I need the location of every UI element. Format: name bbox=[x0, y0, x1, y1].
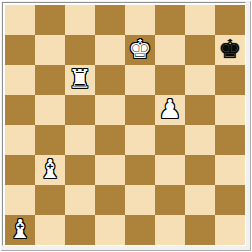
square-d6[interactable] bbox=[95, 65, 125, 95]
square-e4[interactable] bbox=[125, 125, 155, 155]
square-a4[interactable] bbox=[5, 125, 35, 155]
square-f6[interactable] bbox=[155, 65, 185, 95]
square-h2[interactable] bbox=[215, 185, 245, 215]
square-e5[interactable] bbox=[125, 95, 155, 125]
square-h7[interactable]: ♚ bbox=[215, 35, 245, 65]
square-d2[interactable] bbox=[95, 185, 125, 215]
square-f8[interactable] bbox=[155, 5, 185, 35]
piece-white-bishop[interactable]: ♝ bbox=[38, 156, 61, 182]
square-b1[interactable] bbox=[35, 215, 65, 245]
square-a7[interactable] bbox=[5, 35, 35, 65]
square-e2[interactable] bbox=[125, 185, 155, 215]
square-g6[interactable] bbox=[185, 65, 215, 95]
square-a5[interactable] bbox=[5, 95, 35, 125]
piece-white-king[interactable]: ♚ bbox=[128, 36, 151, 62]
square-a2[interactable] bbox=[5, 185, 35, 215]
piece-black-king[interactable]: ♚ bbox=[218, 36, 241, 62]
square-c6[interactable]: ♜ bbox=[65, 65, 95, 95]
square-c8[interactable] bbox=[65, 5, 95, 35]
square-h1[interactable] bbox=[215, 215, 245, 245]
square-f2[interactable] bbox=[155, 185, 185, 215]
chess-app-window: ♚♚♜♟♝♝ bbox=[0, 0, 252, 252]
square-d5[interactable] bbox=[95, 95, 125, 125]
square-g7[interactable] bbox=[185, 35, 215, 65]
square-g1[interactable] bbox=[185, 215, 215, 245]
square-e3[interactable] bbox=[125, 155, 155, 185]
square-b7[interactable] bbox=[35, 35, 65, 65]
square-a1[interactable]: ♝ bbox=[5, 215, 35, 245]
chess-board: ♚♚♜♟♝♝ bbox=[5, 5, 245, 245]
piece-white-pawn[interactable]: ♟ bbox=[158, 96, 181, 122]
square-b5[interactable] bbox=[35, 95, 65, 125]
square-f3[interactable] bbox=[155, 155, 185, 185]
square-a8[interactable] bbox=[5, 5, 35, 35]
square-c7[interactable] bbox=[65, 35, 95, 65]
square-d8[interactable] bbox=[95, 5, 125, 35]
square-h4[interactable] bbox=[215, 125, 245, 155]
square-h8[interactable] bbox=[215, 5, 245, 35]
square-h6[interactable] bbox=[215, 65, 245, 95]
square-e7[interactable]: ♚ bbox=[125, 35, 155, 65]
board-frame: ♚♚♜♟♝♝ bbox=[2, 2, 246, 246]
square-h5[interactable] bbox=[215, 95, 245, 125]
square-g5[interactable] bbox=[185, 95, 215, 125]
square-f7[interactable] bbox=[155, 35, 185, 65]
square-e1[interactable] bbox=[125, 215, 155, 245]
square-c5[interactable] bbox=[65, 95, 95, 125]
square-d7[interactable] bbox=[95, 35, 125, 65]
square-b2[interactable] bbox=[35, 185, 65, 215]
square-e8[interactable] bbox=[125, 5, 155, 35]
square-a3[interactable] bbox=[5, 155, 35, 185]
square-f5[interactable]: ♟ bbox=[155, 95, 185, 125]
square-g2[interactable] bbox=[185, 185, 215, 215]
square-d1[interactable] bbox=[95, 215, 125, 245]
square-a6[interactable] bbox=[5, 65, 35, 95]
square-h3[interactable] bbox=[215, 155, 245, 185]
square-b8[interactable] bbox=[35, 5, 65, 35]
square-c4[interactable] bbox=[65, 125, 95, 155]
square-g3[interactable] bbox=[185, 155, 215, 185]
piece-white-rook[interactable]: ♜ bbox=[68, 66, 91, 92]
square-b3[interactable]: ♝ bbox=[35, 155, 65, 185]
piece-white-bishop[interactable]: ♝ bbox=[8, 216, 31, 242]
square-c3[interactable] bbox=[65, 155, 95, 185]
square-f1[interactable] bbox=[155, 215, 185, 245]
square-b4[interactable] bbox=[35, 125, 65, 155]
square-g8[interactable] bbox=[185, 5, 215, 35]
square-d3[interactable] bbox=[95, 155, 125, 185]
square-c2[interactable] bbox=[65, 185, 95, 215]
square-c1[interactable] bbox=[65, 215, 95, 245]
square-f4[interactable] bbox=[155, 125, 185, 155]
square-e6[interactable] bbox=[125, 65, 155, 95]
square-g4[interactable] bbox=[185, 125, 215, 155]
square-b6[interactable] bbox=[35, 65, 65, 95]
square-d4[interactable] bbox=[95, 125, 125, 155]
